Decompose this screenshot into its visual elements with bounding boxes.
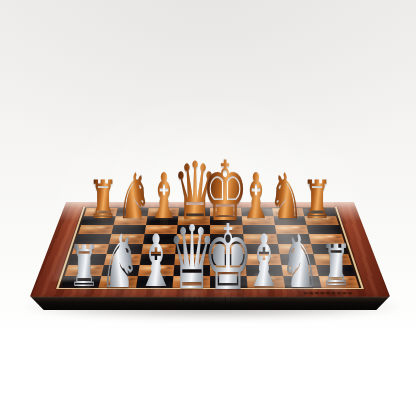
knight-glyph: ♞ [279, 224, 320, 298]
bishop-glyph: ♝ [244, 225, 284, 297]
rook-glyph: ♜ [320, 237, 352, 294]
rook-glyph: ♜ [68, 238, 100, 295]
knight-glyph: ♞ [100, 224, 141, 298]
product-photo-stage: ♜♜♞♞♝♝♛♛♚♚♝♝♞♞♜♜♜♜♞♞♝♝♛♛♚♚♝♝♞♞♜♜ [0, 0, 416, 416]
